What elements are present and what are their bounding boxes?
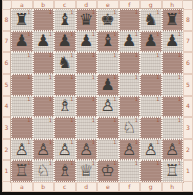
piece-white-pawn-icon: ♙ bbox=[77, 140, 97, 160]
stamp-denomination-mark: 1 bbox=[113, 140, 116, 145]
square-g4[interactable]: 1 bbox=[140, 96, 162, 118]
stamp-denomination-mark: 1 bbox=[70, 75, 73, 80]
stamp-denomination-mark: 1 bbox=[156, 118, 159, 123]
stamp-denomination-mark: 1 bbox=[113, 118, 116, 123]
stamp-denomination-mark: 1 bbox=[178, 118, 181, 123]
piece-black-pawn-icon: ♟ bbox=[55, 32, 75, 52]
file-label-b: b bbox=[33, 0, 55, 9]
stamp-denomination-mark: 1 bbox=[49, 53, 52, 58]
piece-black-pawn-icon: ♟ bbox=[98, 75, 118, 95]
square-d5[interactable]: 1 bbox=[76, 74, 98, 96]
square-g2[interactable]: 1♙ bbox=[140, 139, 162, 161]
square-a8[interactable]: 1♜ bbox=[11, 9, 33, 31]
file-labels-top: abcdefgh bbox=[11, 0, 183, 9]
square-c6[interactable]: 1♞ bbox=[54, 52, 76, 74]
file-label-d: d bbox=[76, 0, 98, 9]
rank-label-6: 6 bbox=[2, 52, 11, 74]
stamp-denomination-mark: 1 bbox=[135, 53, 138, 58]
square-h5[interactable]: 1 bbox=[162, 74, 184, 96]
stamp-denomination-mark: 1 bbox=[178, 97, 181, 102]
piece-white-pawn-icon: ♙ bbox=[12, 140, 32, 160]
square-f3[interactable]: 1♘ bbox=[119, 117, 141, 139]
square-f1[interactable]: 1 bbox=[119, 160, 141, 182]
stamp-denomination-mark: 1 bbox=[92, 53, 95, 58]
stamp-denomination-mark: 1 bbox=[27, 75, 30, 80]
rank-label-3: 3 bbox=[2, 117, 11, 139]
rank-label-4: 4 bbox=[2, 96, 11, 118]
rank-label-2: 2 bbox=[2, 139, 11, 161]
rank-label-8: 8 bbox=[2, 9, 11, 31]
square-d1[interactable]: 1♕ bbox=[76, 160, 98, 182]
square-d4[interactable]: 1 bbox=[76, 96, 98, 118]
square-a2[interactable]: 1♙ bbox=[11, 139, 33, 161]
rank-label-7: 7 bbox=[2, 31, 11, 53]
piece-white-pawn-icon: ♙ bbox=[163, 140, 183, 160]
file-label-e: e bbox=[97, 182, 119, 192]
square-c3[interactable]: 1 bbox=[54, 117, 76, 139]
file-label-h: h bbox=[162, 0, 184, 9]
rank-label-1: 1 bbox=[2, 160, 11, 182]
square-g6[interactable]: 1 bbox=[140, 52, 162, 74]
chessboard: 1♜11♝1♛1♚11♞1♜1♟1♟1♟1♟1♝1♟1♟1♟111♞111111… bbox=[11, 9, 183, 182]
square-e1[interactable]: 1♔ bbox=[97, 160, 119, 182]
square-e5[interactable]: 1♟ bbox=[97, 74, 119, 96]
rank-labels-right: 87654321 bbox=[183, 9, 193, 182]
square-f7[interactable]: 1♟ bbox=[119, 31, 141, 53]
square-e6[interactable]: 1 bbox=[97, 52, 119, 74]
rank-label-8: 8 bbox=[183, 9, 193, 31]
piece-black-pawn-icon: ♟ bbox=[12, 32, 32, 52]
piece-black-knight-icon: ♞ bbox=[55, 53, 75, 73]
stamp-denomination-mark: 1 bbox=[178, 75, 181, 80]
square-a4[interactable]: 1 bbox=[11, 96, 33, 118]
piece-black-king-icon: ♚ bbox=[98, 10, 118, 30]
square-g7[interactable]: 1♟ bbox=[140, 31, 162, 53]
square-a5[interactable]: 1 bbox=[11, 74, 33, 96]
stamp-denomination-mark: 1 bbox=[135, 10, 138, 15]
rank-label-4: 4 bbox=[183, 96, 193, 118]
square-e8[interactable]: 1♚ bbox=[97, 9, 119, 31]
square-g8[interactable]: 1♞ bbox=[140, 9, 162, 31]
square-f2[interactable]: 1♙ bbox=[119, 139, 141, 161]
rank-labels-left: 87654321 bbox=[2, 9, 11, 182]
square-g1[interactable]: 1 bbox=[140, 160, 162, 182]
piece-black-bishop-icon: ♝ bbox=[98, 32, 118, 52]
piece-white-king-icon: ♔ bbox=[98, 161, 118, 181]
stamp-denomination-mark: 1 bbox=[49, 118, 52, 123]
rank-label-5: 5 bbox=[183, 74, 193, 96]
square-c4[interactable]: 1♗ bbox=[54, 96, 76, 118]
square-h4[interactable]: 1 bbox=[162, 96, 184, 118]
square-g5[interactable]: 1 bbox=[140, 74, 162, 96]
piece-white-pawn-icon: ♙ bbox=[141, 140, 161, 160]
piece-white-pawn-icon: ♙ bbox=[98, 97, 118, 117]
piece-white-pawn-icon: ♙ bbox=[34, 140, 54, 160]
file-labels-bottom: abcdefgh bbox=[11, 182, 183, 192]
stamp-denomination-mark: 1 bbox=[156, 75, 159, 80]
stamp-denomination-mark: 1 bbox=[27, 118, 30, 123]
piece-black-pawn-icon: ♟ bbox=[77, 32, 97, 52]
square-h8[interactable]: 1♜ bbox=[162, 9, 184, 31]
square-h6[interactable]: 1 bbox=[162, 52, 184, 74]
stamp-denomination-mark: 1 bbox=[135, 75, 138, 80]
square-d6[interactable]: 1 bbox=[76, 52, 98, 74]
stamp-denomination-mark: 1 bbox=[49, 97, 52, 102]
rank-label-1: 1 bbox=[183, 160, 193, 182]
rank-label-3: 3 bbox=[183, 117, 193, 139]
piece-black-queen-icon: ♛ bbox=[77, 10, 97, 30]
stamp-denomination-mark: 1 bbox=[135, 161, 138, 166]
file-label-a: a bbox=[11, 182, 33, 192]
piece-white-queen-icon: ♕ bbox=[77, 161, 97, 181]
piece-black-knight-icon: ♞ bbox=[141, 10, 161, 30]
file-label-g: g bbox=[140, 0, 162, 9]
stamp-denomination-mark: 1 bbox=[156, 161, 159, 166]
stamp-denomination-mark: 1 bbox=[156, 53, 159, 58]
square-b8[interactable]: 1 bbox=[33, 9, 55, 31]
stamp-denomination-mark: 1 bbox=[49, 10, 52, 15]
file-label-c: c bbox=[54, 182, 76, 192]
square-f4[interactable]: 1 bbox=[119, 96, 141, 118]
square-h2[interactable]: 1♙ bbox=[162, 139, 184, 161]
square-e4[interactable]: 1♙ bbox=[97, 96, 119, 118]
stamp-denomination-mark: 1 bbox=[27, 97, 30, 102]
square-h1[interactable]: 1♖ bbox=[162, 160, 184, 182]
square-d2[interactable]: 1♙ bbox=[76, 139, 98, 161]
square-c1[interactable]: 1♗ bbox=[54, 160, 76, 182]
square-b3[interactable]: 1 bbox=[33, 117, 55, 139]
stamp-denomination-mark: 1 bbox=[178, 53, 181, 58]
piece-white-rook-icon: ♖ bbox=[12, 161, 32, 181]
chessboard-stamp-sheet: abcdefgh 87654321 1♜11♝1♛1♚11♞1♜1♟1♟1♟1♟… bbox=[0, 0, 193, 195]
square-a1[interactable]: 1♖ bbox=[11, 160, 33, 182]
square-d3[interactable]: 1 bbox=[76, 117, 98, 139]
square-e3[interactable]: 1 bbox=[97, 117, 119, 139]
square-g3[interactable]: 1 bbox=[140, 117, 162, 139]
file-label-c: c bbox=[54, 0, 76, 9]
square-b1[interactable]: 1♘ bbox=[33, 160, 55, 182]
stamp-denomination-mark: 1 bbox=[92, 97, 95, 102]
piece-black-pawn-icon: ♟ bbox=[120, 32, 140, 52]
square-b6[interactable]: 1 bbox=[33, 52, 55, 74]
square-f5[interactable]: 1 bbox=[119, 74, 141, 96]
piece-white-pawn-icon: ♙ bbox=[55, 140, 75, 160]
piece-black-pawn-icon: ♟ bbox=[141, 32, 161, 52]
piece-white-knight-icon: ♘ bbox=[120, 118, 140, 138]
rank-label-2: 2 bbox=[183, 139, 193, 161]
piece-black-bishop-icon: ♝ bbox=[55, 10, 75, 30]
file-label-a: a bbox=[11, 0, 33, 9]
piece-black-rook-icon: ♜ bbox=[12, 10, 32, 30]
piece-black-pawn-icon: ♟ bbox=[163, 32, 183, 52]
square-c5[interactable]: 1 bbox=[54, 74, 76, 96]
square-e7[interactable]: 1♝ bbox=[97, 31, 119, 53]
file-label-f: f bbox=[119, 0, 141, 9]
piece-black-pawn-icon: ♟ bbox=[34, 32, 54, 52]
square-d7[interactable]: 1♟ bbox=[76, 31, 98, 53]
piece-white-rook-icon: ♖ bbox=[163, 161, 183, 181]
stamp-denomination-mark: 1 bbox=[49, 75, 52, 80]
square-f8[interactable]: 1 bbox=[119, 9, 141, 31]
square-a7[interactable]: 1♟ bbox=[11, 31, 33, 53]
square-h7[interactable]: 1♟ bbox=[162, 31, 184, 53]
square-b7[interactable]: 1♟ bbox=[33, 31, 55, 53]
square-b2[interactable]: 1♙ bbox=[33, 139, 55, 161]
file-label-g: g bbox=[140, 182, 162, 192]
piece-white-pawn-icon: ♙ bbox=[120, 140, 140, 160]
stamp-denomination-mark: 1 bbox=[27, 53, 30, 58]
piece-white-knight-icon: ♘ bbox=[34, 161, 54, 181]
square-c2[interactable]: 1♙ bbox=[54, 139, 76, 161]
square-d8[interactable]: 1♛ bbox=[76, 9, 98, 31]
square-a6[interactable]: 1 bbox=[11, 52, 33, 74]
square-b5[interactable]: 1 bbox=[33, 74, 55, 96]
piece-white-bishop-icon: ♗ bbox=[55, 161, 75, 181]
file-label-f: f bbox=[119, 182, 141, 192]
file-label-e: e bbox=[97, 0, 119, 9]
stamp-denomination-mark: 1 bbox=[92, 118, 95, 123]
piece-black-rook-icon: ♜ bbox=[163, 10, 183, 30]
square-c8[interactable]: 1♝ bbox=[54, 9, 76, 31]
square-b4[interactable]: 1 bbox=[33, 96, 55, 118]
stamp-denomination-mark: 1 bbox=[113, 53, 116, 58]
square-h3[interactable]: 1 bbox=[162, 117, 184, 139]
file-label-d: d bbox=[76, 182, 98, 192]
rank-label-6: 6 bbox=[183, 52, 193, 74]
square-f6[interactable]: 1 bbox=[119, 52, 141, 74]
square-a3[interactable]: 1 bbox=[11, 117, 33, 139]
rank-label-5: 5 bbox=[2, 74, 11, 96]
stamp-denomination-mark: 1 bbox=[135, 97, 138, 102]
piece-white-bishop-icon: ♗ bbox=[55, 97, 75, 117]
square-e2[interactable]: 1 bbox=[97, 139, 119, 161]
stamp-denomination-mark: 1 bbox=[156, 97, 159, 102]
rank-label-7: 7 bbox=[183, 31, 193, 53]
file-label-b: b bbox=[33, 182, 55, 192]
square-c7[interactable]: 1♟ bbox=[54, 31, 76, 53]
file-label-h: h bbox=[162, 182, 184, 192]
stamp-denomination-mark: 1 bbox=[92, 75, 95, 80]
stamp-denomination-mark: 1 bbox=[70, 118, 73, 123]
